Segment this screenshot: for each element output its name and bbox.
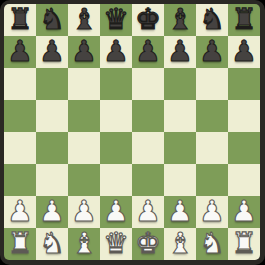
piece-black-rook[interactable]: ♜ — [7, 4, 33, 35]
piece-black-bishop[interactable]: ♝ — [167, 4, 193, 35]
square-h4[interactable] — [228, 132, 260, 164]
square-f6[interactable] — [164, 68, 196, 100]
square-c7[interactable]: ♟ — [68, 36, 100, 68]
chess-board: ♜♞♝♛♚♝♞♜♟♟♟♟♟♟♟♟♟♟♟♟♟♟♟♟♜♞♝♛♚♝♞♜ — [4, 4, 260, 260]
square-g1[interactable]: ♞ — [196, 228, 228, 260]
square-g2[interactable]: ♟ — [196, 196, 228, 228]
square-c2[interactable]: ♟ — [68, 196, 100, 228]
square-f5[interactable] — [164, 100, 196, 132]
piece-black-pawn[interactable]: ♟ — [199, 35, 225, 67]
square-c6[interactable] — [68, 68, 100, 100]
square-g7[interactable]: ♟ — [196, 36, 228, 68]
piece-white-pawn[interactable]: ♟ — [103, 195, 129, 227]
square-f1[interactable]: ♝ — [164, 228, 196, 260]
square-f8[interactable]: ♝ — [164, 4, 196, 36]
square-d2[interactable]: ♟ — [100, 196, 132, 228]
piece-black-knight[interactable]: ♞ — [199, 4, 225, 35]
square-h7[interactable]: ♟ — [228, 36, 260, 68]
square-a1[interactable]: ♜ — [4, 228, 36, 260]
square-d7[interactable]: ♟ — [100, 36, 132, 68]
square-f3[interactable] — [164, 164, 196, 196]
square-b2[interactable]: ♟ — [36, 196, 68, 228]
piece-black-pawn[interactable]: ♟ — [7, 35, 33, 67]
piece-white-pawn[interactable]: ♟ — [71, 195, 97, 227]
square-h3[interactable] — [228, 164, 260, 196]
square-e1[interactable]: ♚ — [132, 228, 164, 260]
square-d1[interactable]: ♛ — [100, 228, 132, 260]
square-g5[interactable] — [196, 100, 228, 132]
piece-white-rook[interactable]: ♜ — [7, 227, 33, 259]
chess-board-frame: ♜♞♝♛♚♝♞♜♟♟♟♟♟♟♟♟♟♟♟♟♟♟♟♟♜♞♝♛♚♝♞♜ — [0, 0, 265, 265]
square-a2[interactable]: ♟ — [4, 196, 36, 228]
piece-white-knight[interactable]: ♞ — [39, 227, 65, 259]
square-d4[interactable] — [100, 132, 132, 164]
square-b3[interactable] — [36, 164, 68, 196]
square-e5[interactable] — [132, 100, 164, 132]
piece-black-pawn[interactable]: ♟ — [71, 35, 97, 67]
piece-white-queen[interactable]: ♛ — [103, 227, 129, 259]
piece-white-knight[interactable]: ♞ — [199, 227, 225, 259]
square-h8[interactable]: ♜ — [228, 4, 260, 36]
piece-black-pawn[interactable]: ♟ — [103, 35, 129, 67]
square-h6[interactable] — [228, 68, 260, 100]
square-g4[interactable] — [196, 132, 228, 164]
square-h2[interactable]: ♟ — [228, 196, 260, 228]
square-g6[interactable] — [196, 68, 228, 100]
piece-black-bishop[interactable]: ♝ — [71, 4, 97, 35]
square-b5[interactable] — [36, 100, 68, 132]
square-e3[interactable] — [132, 164, 164, 196]
piece-white-pawn[interactable]: ♟ — [231, 195, 257, 227]
piece-black-queen[interactable]: ♛ — [103, 4, 129, 35]
square-b7[interactable]: ♟ — [36, 36, 68, 68]
square-c1[interactable]: ♝ — [68, 228, 100, 260]
square-b8[interactable]: ♞ — [36, 4, 68, 36]
square-c3[interactable] — [68, 164, 100, 196]
square-d8[interactable]: ♛ — [100, 4, 132, 36]
square-g8[interactable]: ♞ — [196, 4, 228, 36]
square-e4[interactable] — [132, 132, 164, 164]
square-a7[interactable]: ♟ — [4, 36, 36, 68]
square-h5[interactable] — [228, 100, 260, 132]
piece-white-pawn[interactable]: ♟ — [199, 195, 225, 227]
piece-white-bishop[interactable]: ♝ — [167, 227, 193, 259]
piece-black-pawn[interactable]: ♟ — [167, 35, 193, 67]
piece-black-pawn[interactable]: ♟ — [39, 35, 65, 67]
piece-white-king[interactable]: ♚ — [135, 227, 161, 259]
piece-white-bishop[interactable]: ♝ — [71, 227, 97, 259]
square-a5[interactable] — [4, 100, 36, 132]
piece-black-knight[interactable]: ♞ — [39, 4, 65, 35]
piece-black-rook[interactable]: ♜ — [231, 4, 257, 35]
square-a3[interactable] — [4, 164, 36, 196]
square-f7[interactable]: ♟ — [164, 36, 196, 68]
square-e8[interactable]: ♚ — [132, 4, 164, 36]
square-c5[interactable] — [68, 100, 100, 132]
square-h1[interactable]: ♜ — [228, 228, 260, 260]
square-e2[interactable]: ♟ — [132, 196, 164, 228]
piece-white-pawn[interactable]: ♟ — [135, 195, 161, 227]
piece-white-pawn[interactable]: ♟ — [39, 195, 65, 227]
square-g3[interactable] — [196, 164, 228, 196]
square-b4[interactable] — [36, 132, 68, 164]
piece-white-rook[interactable]: ♜ — [231, 227, 257, 259]
square-a8[interactable]: ♜ — [4, 4, 36, 36]
square-d6[interactable] — [100, 68, 132, 100]
square-b1[interactable]: ♞ — [36, 228, 68, 260]
square-a4[interactable] — [4, 132, 36, 164]
square-c4[interactable] — [68, 132, 100, 164]
square-e6[interactable] — [132, 68, 164, 100]
piece-black-king[interactable]: ♚ — [135, 4, 161, 35]
piece-white-pawn[interactable]: ♟ — [167, 195, 193, 227]
square-d3[interactable] — [100, 164, 132, 196]
square-a6[interactable] — [4, 68, 36, 100]
square-c8[interactable]: ♝ — [68, 4, 100, 36]
square-f2[interactable]: ♟ — [164, 196, 196, 228]
square-d5[interactable] — [100, 100, 132, 132]
piece-black-pawn[interactable]: ♟ — [135, 35, 161, 67]
square-e7[interactable]: ♟ — [132, 36, 164, 68]
piece-black-pawn[interactable]: ♟ — [231, 35, 257, 67]
piece-white-pawn[interactable]: ♟ — [7, 195, 33, 227]
square-b6[interactable] — [36, 68, 68, 100]
square-f4[interactable] — [164, 132, 196, 164]
